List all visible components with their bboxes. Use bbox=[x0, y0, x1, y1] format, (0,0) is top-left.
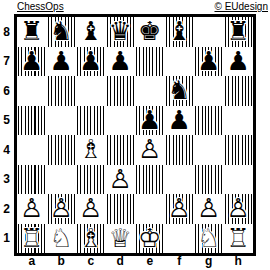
square-c3[interactable] bbox=[76, 165, 106, 195]
file-label-f: f bbox=[165, 255, 195, 269]
file-label-d: d bbox=[106, 255, 136, 269]
rank-label-2: 2 bbox=[0, 194, 13, 224]
square-h5[interactable] bbox=[224, 106, 254, 136]
chess-board[interactable]: ♜♞♝♛♚♝♜♟♟♟♟♟♟♞♟♟♝♗♟♙♟♙♟♙♟♙♟♙♟♙♟♙♟♙♜♖♞♘♝♗… bbox=[14, 14, 256, 256]
file-label-h: h bbox=[224, 255, 254, 269]
square-g7[interactable]: ♟ bbox=[194, 47, 224, 77]
black-pawn: ♟ bbox=[47, 47, 77, 77]
square-a5[interactable] bbox=[17, 106, 47, 136]
square-b6[interactable] bbox=[47, 76, 77, 106]
rank-label-3: 3 bbox=[0, 165, 13, 195]
file-label-a: a bbox=[17, 255, 47, 269]
white-knight: ♞♘ bbox=[194, 224, 224, 254]
chessops-diagram: ChessOps © EUdesign 87654321 ♜♞♝♛♚♝♜♟♟♟♟… bbox=[0, 0, 270, 270]
white-pawn: ♟♙ bbox=[194, 194, 224, 224]
eudesign-credit-link[interactable]: © EUdesign bbox=[214, 1, 268, 13]
square-d4[interactable] bbox=[106, 135, 136, 165]
white-rook: ♜♖ bbox=[17, 224, 47, 254]
square-a2[interactable]: ♟♙ bbox=[17, 194, 47, 224]
square-a1[interactable]: ♜♖ bbox=[17, 224, 47, 254]
black-pawn: ♟ bbox=[224, 47, 254, 77]
square-h1[interactable]: ♜♖ bbox=[224, 224, 254, 254]
square-e2[interactable] bbox=[135, 194, 165, 224]
square-c5[interactable] bbox=[76, 106, 106, 136]
square-e6[interactable] bbox=[135, 76, 165, 106]
square-h8[interactable]: ♜ bbox=[224, 17, 254, 47]
black-king: ♚ bbox=[135, 17, 165, 47]
black-pawn: ♟ bbox=[76, 47, 106, 77]
black-rook: ♜ bbox=[224, 17, 254, 47]
square-f5[interactable]: ♟ bbox=[165, 106, 195, 136]
square-f7[interactable] bbox=[165, 47, 195, 77]
square-c8[interactable]: ♝ bbox=[76, 17, 106, 47]
square-g6[interactable] bbox=[194, 76, 224, 106]
file-label-g: g bbox=[194, 255, 224, 269]
square-f3[interactable] bbox=[165, 165, 195, 195]
white-pawn: ♟♙ bbox=[17, 194, 47, 224]
square-d2[interactable] bbox=[106, 194, 136, 224]
black-rook: ♜ bbox=[17, 17, 47, 47]
square-e8[interactable]: ♚ bbox=[135, 17, 165, 47]
rank-labels: 87654321 bbox=[0, 17, 13, 253]
square-g2[interactable]: ♟♙ bbox=[194, 194, 224, 224]
white-bishop: ♝♗ bbox=[76, 135, 106, 165]
file-label-c: c bbox=[76, 255, 106, 269]
square-d5[interactable] bbox=[106, 106, 136, 136]
square-e3[interactable] bbox=[135, 165, 165, 195]
square-d3[interactable]: ♟♙ bbox=[106, 165, 136, 195]
rank-label-7: 7 bbox=[0, 47, 13, 77]
white-king: ♚♔ bbox=[135, 224, 165, 254]
square-h6[interactable] bbox=[224, 76, 254, 106]
white-knight: ♞♘ bbox=[47, 224, 77, 254]
square-h7[interactable]: ♟ bbox=[224, 47, 254, 77]
white-bishop: ♝♗ bbox=[76, 224, 106, 254]
square-e1[interactable]: ♚♔ bbox=[135, 224, 165, 254]
square-g1[interactable]: ♞♘ bbox=[194, 224, 224, 254]
black-pawn: ♟ bbox=[106, 47, 136, 77]
square-d8[interactable]: ♛ bbox=[106, 17, 136, 47]
square-g5[interactable] bbox=[194, 106, 224, 136]
square-e7[interactable] bbox=[135, 47, 165, 77]
square-e5[interactable]: ♟ bbox=[135, 106, 165, 136]
square-d7[interactable]: ♟ bbox=[106, 47, 136, 77]
square-g8[interactable] bbox=[194, 17, 224, 47]
white-pawn: ♟♙ bbox=[224, 194, 254, 224]
square-e4[interactable]: ♟♙ bbox=[135, 135, 165, 165]
rank-label-5: 5 bbox=[0, 106, 13, 136]
square-b7[interactable]: ♟ bbox=[47, 47, 77, 77]
white-pawn: ♟♙ bbox=[135, 135, 165, 165]
square-h3[interactable] bbox=[224, 165, 254, 195]
black-knight: ♞ bbox=[165, 76, 195, 106]
rank-label-1: 1 bbox=[0, 224, 13, 254]
square-b4[interactable] bbox=[47, 135, 77, 165]
black-bishop: ♝ bbox=[165, 17, 195, 47]
square-f4[interactable] bbox=[165, 135, 195, 165]
black-pawn: ♟ bbox=[165, 106, 195, 136]
black-knight: ♞ bbox=[47, 17, 77, 47]
square-b2[interactable]: ♟♙ bbox=[47, 194, 77, 224]
chessops-title-link[interactable]: ChessOps bbox=[17, 1, 64, 13]
white-pawn: ♟♙ bbox=[76, 194, 106, 224]
rank-label-6: 6 bbox=[0, 76, 13, 106]
square-f2[interactable]: ♟♙ bbox=[165, 194, 195, 224]
white-pawn: ♟♙ bbox=[165, 194, 195, 224]
square-d6[interactable] bbox=[106, 76, 136, 106]
square-a4[interactable] bbox=[17, 135, 47, 165]
file-label-e: e bbox=[135, 255, 165, 269]
square-h2[interactable]: ♟♙ bbox=[224, 194, 254, 224]
square-b1[interactable]: ♞♘ bbox=[47, 224, 77, 254]
square-a3[interactable] bbox=[17, 165, 47, 195]
black-queen: ♛ bbox=[106, 17, 136, 47]
rank-label-4: 4 bbox=[0, 135, 13, 165]
white-rook: ♜♖ bbox=[224, 224, 254, 254]
file-labels: abcdefgh bbox=[17, 255, 253, 269]
black-bishop: ♝ bbox=[76, 17, 106, 47]
square-b5[interactable] bbox=[47, 106, 77, 136]
square-f1[interactable] bbox=[165, 224, 195, 254]
square-c1[interactable]: ♝♗ bbox=[76, 224, 106, 254]
square-c4[interactable]: ♝♗ bbox=[76, 135, 106, 165]
file-label-b: b bbox=[47, 255, 77, 269]
square-f8[interactable]: ♝ bbox=[165, 17, 195, 47]
rank-label-8: 8 bbox=[0, 17, 13, 47]
black-pawn: ♟ bbox=[17, 47, 47, 77]
square-a6[interactable] bbox=[17, 76, 47, 106]
square-g4[interactable] bbox=[194, 135, 224, 165]
square-b8[interactable]: ♞ bbox=[47, 17, 77, 47]
square-d1[interactable]: ♛♕ bbox=[106, 224, 136, 254]
square-h4[interactable] bbox=[224, 135, 254, 165]
square-c2[interactable]: ♟♙ bbox=[76, 194, 106, 224]
white-pawn: ♟♙ bbox=[47, 194, 77, 224]
square-g3[interactable] bbox=[194, 165, 224, 195]
black-pawn: ♟ bbox=[135, 106, 165, 136]
square-b3[interactable] bbox=[47, 165, 77, 195]
white-queen: ♛♕ bbox=[106, 224, 136, 254]
square-c6[interactable] bbox=[76, 76, 106, 106]
white-pawn: ♟♙ bbox=[106, 165, 136, 195]
square-a8[interactable]: ♜ bbox=[17, 17, 47, 47]
black-pawn: ♟ bbox=[194, 47, 224, 77]
square-f6[interactable]: ♞ bbox=[165, 76, 195, 106]
square-a7[interactable]: ♟ bbox=[17, 47, 47, 77]
square-c7[interactable]: ♟ bbox=[76, 47, 106, 77]
